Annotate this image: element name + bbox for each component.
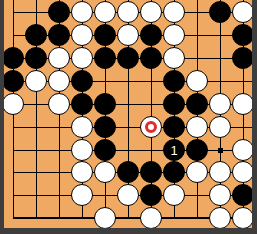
stone-black[interactable] xyxy=(94,116,116,138)
stone-white[interactable] xyxy=(209,93,231,115)
stone-black[interactable] xyxy=(94,93,116,115)
stone-white[interactable] xyxy=(117,24,139,46)
stone-white[interactable] xyxy=(71,139,93,161)
stone-black[interactable] xyxy=(186,139,208,161)
stone-white[interactable] xyxy=(209,184,231,206)
stone-black[interactable] xyxy=(163,93,185,115)
stone-white[interactable] xyxy=(232,161,254,183)
stone-white[interactable] xyxy=(232,139,254,161)
stone-black[interactable] xyxy=(232,24,254,46)
star-point xyxy=(218,148,223,153)
stone-white[interactable] xyxy=(140,207,162,229)
stone-black[interactable] xyxy=(186,93,208,115)
stone-white[interactable] xyxy=(186,70,208,92)
stone-white[interactable] xyxy=(163,47,185,69)
stone-white[interactable] xyxy=(25,70,47,92)
stone-white[interactable] xyxy=(71,24,93,46)
stone-white[interactable] xyxy=(71,161,93,183)
stone-white[interactable] xyxy=(140,116,162,138)
stone-black[interactable] xyxy=(140,24,162,46)
stone-white[interactable] xyxy=(71,116,93,138)
stone-black[interactable] xyxy=(94,24,116,46)
stone-black[interactable] xyxy=(25,24,47,46)
stone-white[interactable] xyxy=(232,1,254,23)
stone-black[interactable] xyxy=(209,1,231,23)
board-frame-left xyxy=(0,0,4,234)
stone-black[interactable] xyxy=(2,47,24,69)
stone-white[interactable] xyxy=(117,184,139,206)
stone-white[interactable] xyxy=(71,1,93,23)
stone-black[interactable] xyxy=(117,161,139,183)
stone-white[interactable] xyxy=(48,93,70,115)
grid-line-horizontal xyxy=(13,150,252,151)
stone-white[interactable] xyxy=(2,93,24,115)
stone-black[interactable] xyxy=(71,70,93,92)
stone-white[interactable] xyxy=(186,116,208,138)
stone-black[interactable] xyxy=(163,70,185,92)
red-circle-marker xyxy=(145,121,157,133)
stone-black[interactable] xyxy=(71,93,93,115)
stone-white[interactable] xyxy=(48,47,70,69)
stone-white[interactable] xyxy=(163,24,185,46)
stone-white[interactable] xyxy=(163,184,185,206)
stone-black[interactable] xyxy=(163,161,185,183)
board-frame-bottom xyxy=(0,228,257,234)
stone-white[interactable] xyxy=(232,207,254,229)
stone-black[interactable] xyxy=(140,161,162,183)
go-board: 1 xyxy=(0,0,257,234)
stone-black[interactable] xyxy=(117,47,139,69)
stone-black[interactable] xyxy=(140,184,162,206)
stone-white[interactable] xyxy=(209,116,231,138)
stone-black[interactable] xyxy=(48,24,70,46)
stone-black[interactable] xyxy=(94,139,116,161)
board-frame-right xyxy=(252,0,257,234)
stone-white[interactable] xyxy=(140,1,162,23)
stone-black[interactable] xyxy=(232,184,254,206)
stone-white[interactable] xyxy=(48,70,70,92)
stone-white[interactable] xyxy=(117,1,139,23)
stone-black[interactable] xyxy=(94,47,116,69)
stone-white[interactable] xyxy=(71,184,93,206)
stone-white[interactable] xyxy=(232,93,254,115)
stone-white[interactable] xyxy=(186,161,208,183)
stone-black[interactable] xyxy=(2,70,24,92)
stone-white[interactable] xyxy=(94,1,116,23)
stone-white[interactable] xyxy=(94,161,116,183)
go-diagram: 1 xyxy=(0,0,257,234)
stone-white[interactable] xyxy=(163,1,185,23)
stone-black[interactable] xyxy=(25,47,47,69)
stone-black[interactable] xyxy=(140,47,162,69)
stone-black[interactable] xyxy=(232,47,254,69)
stone-white[interactable] xyxy=(94,207,116,229)
stone-white[interactable] xyxy=(71,47,93,69)
stone-black[interactable] xyxy=(163,116,185,138)
stone-white[interactable] xyxy=(209,161,231,183)
move-number-label: 1 xyxy=(170,144,177,157)
stone-black[interactable]: 1 xyxy=(163,139,185,161)
stone-black[interactable] xyxy=(48,1,70,23)
stone-white[interactable] xyxy=(209,207,231,229)
